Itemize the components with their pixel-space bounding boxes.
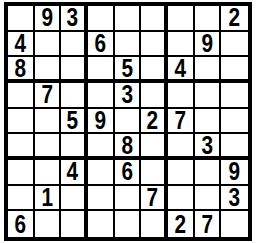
sudoku-cell[interactable] — [88, 160, 115, 186]
cell-digit: 6 — [121, 160, 133, 185]
sudoku-cell[interactable] — [141, 32, 168, 58]
sudoku-cell[interactable] — [195, 57, 222, 83]
sudoku-cell[interactable] — [88, 83, 115, 109]
cell-digit: 8 — [15, 57, 27, 81]
cell-digit: 2 — [147, 109, 159, 134]
sudoku-cell[interactable] — [168, 83, 195, 109]
sudoku-cell[interactable] — [141, 6, 168, 32]
cell-digit: 2 — [175, 211, 187, 237]
sudoku-cell[interactable] — [141, 57, 168, 83]
sudoku-cell[interactable] — [168, 6, 195, 32]
cell-digit: 8 — [121, 134, 133, 158]
sudoku-cell: 3 — [61, 6, 88, 32]
sudoku-cell[interactable] — [88, 6, 115, 32]
sudoku-cell[interactable] — [195, 83, 222, 109]
sudoku-cell[interactable] — [195, 186, 222, 212]
sudoku-cell: 5 — [61, 109, 88, 135]
cell-digit: 7 — [41, 83, 53, 108]
sudoku-cell[interactable] — [88, 186, 115, 212]
sudoku-cell[interactable] — [61, 211, 88, 237]
cell-digit: 3 — [67, 6, 79, 31]
cell-digit: 9 — [201, 32, 213, 57]
sudoku-cell: 4 — [61, 160, 88, 186]
sudoku-cell[interactable] — [115, 186, 142, 212]
sudoku-cell[interactable] — [221, 83, 248, 109]
sudoku-cell: 4 — [8, 32, 35, 58]
sudoku-cell[interactable] — [221, 211, 248, 237]
sudoku-cell[interactable] — [168, 134, 195, 160]
sudoku-cell[interactable] — [61, 57, 88, 83]
sudoku-cell[interactable] — [195, 109, 222, 135]
cell-digit: 6 — [95, 32, 107, 57]
cell-digit: 3 — [201, 134, 213, 158]
sudoku-cell: 3 — [221, 186, 248, 212]
cell-digit: 2 — [229, 6, 241, 31]
sudoku-cell: 9 — [35, 6, 62, 32]
cell-digit: 4 — [175, 57, 187, 81]
cell-digit: 5 — [67, 109, 79, 134]
sudoku-cell[interactable] — [141, 134, 168, 160]
sudoku-cell[interactable] — [141, 211, 168, 237]
sudoku-cell[interactable] — [35, 57, 62, 83]
sudoku-cell: 1 — [35, 186, 62, 212]
sudoku-cell[interactable] — [61, 134, 88, 160]
sudoku-cell[interactable] — [35, 160, 62, 186]
cell-digit: 7 — [147, 186, 159, 211]
sudoku-cell[interactable] — [168, 32, 195, 58]
sudoku-cell: 7 — [168, 109, 195, 135]
sudoku-cell[interactable] — [88, 211, 115, 237]
sudoku-cell[interactable] — [115, 109, 142, 135]
cell-digit: 9 — [41, 6, 53, 31]
sudoku-cell[interactable] — [195, 6, 222, 32]
sudoku-cell[interactable] — [8, 160, 35, 186]
sudoku-cell[interactable] — [141, 83, 168, 109]
cell-digit: 7 — [201, 211, 213, 237]
sudoku-cell[interactable] — [8, 186, 35, 212]
sudoku-cell[interactable] — [8, 6, 35, 32]
cell-digit: 1 — [41, 186, 53, 211]
cell-digit: 6 — [15, 211, 27, 237]
sudoku-cell[interactable] — [221, 57, 248, 83]
sudoku-cell: 8 — [8, 57, 35, 83]
sudoku-cell[interactable] — [115, 32, 142, 58]
sudoku-cell: 9 — [221, 160, 248, 186]
sudoku-cell: 3 — [115, 83, 142, 109]
sudoku-cell: 6 — [115, 160, 142, 186]
cell-digit: 4 — [15, 32, 27, 57]
sudoku-cell[interactable] — [195, 160, 222, 186]
sudoku-cell[interactable] — [61, 186, 88, 212]
sudoku-cell[interactable] — [8, 134, 35, 160]
sudoku-cell: 7 — [35, 83, 62, 109]
sudoku-cell[interactable] — [115, 211, 142, 237]
cell-digit: 9 — [229, 160, 241, 185]
sudoku-cell[interactable] — [88, 57, 115, 83]
sudoku-cell: 8 — [115, 134, 142, 160]
sudoku-cell[interactable] — [35, 32, 62, 58]
sudoku-cell: 4 — [168, 57, 195, 83]
cell-digit: 4 — [67, 160, 79, 185]
sudoku-cell: 2 — [168, 211, 195, 237]
sudoku-cell[interactable] — [35, 134, 62, 160]
sudoku-board: 93246985473592783469173627 — [4, 2, 252, 241]
cell-digit: 7 — [175, 109, 187, 134]
sudoku-cell[interactable] — [61, 83, 88, 109]
sudoku-cell: 6 — [88, 32, 115, 58]
sudoku-cell: 7 — [195, 211, 222, 237]
sudoku-cell: 7 — [141, 186, 168, 212]
sudoku-cell[interactable] — [221, 109, 248, 135]
sudoku-cell: 2 — [141, 109, 168, 135]
sudoku-cell[interactable] — [88, 134, 115, 160]
sudoku-cell[interactable] — [61, 32, 88, 58]
sudoku-cell[interactable] — [168, 186, 195, 212]
sudoku-cell: 3 — [195, 134, 222, 160]
cell-digit: 9 — [95, 109, 107, 134]
sudoku-cell[interactable] — [115, 6, 142, 32]
sudoku-cell[interactable] — [221, 32, 248, 58]
cell-digit: 5 — [121, 57, 133, 81]
cell-digit: 3 — [229, 186, 241, 211]
sudoku-cell[interactable] — [8, 83, 35, 109]
sudoku-cell: 9 — [195, 32, 222, 58]
sudoku-cell[interactable] — [35, 109, 62, 135]
sudoku-cell: 6 — [8, 211, 35, 237]
sudoku-cell[interactable] — [8, 109, 35, 135]
sudoku-cell[interactable] — [35, 211, 62, 237]
sudoku-cell: 5 — [115, 57, 142, 83]
sudoku-cell: 9 — [88, 109, 115, 135]
cell-digit: 3 — [121, 83, 133, 108]
sudoku-page: 93246985473592783469173627 — [0, 0, 256, 243]
sudoku-cell[interactable] — [221, 134, 248, 160]
sudoku-cell[interactable] — [168, 160, 195, 186]
sudoku-cell[interactable] — [141, 160, 168, 186]
sudoku-cell: 2 — [221, 6, 248, 32]
